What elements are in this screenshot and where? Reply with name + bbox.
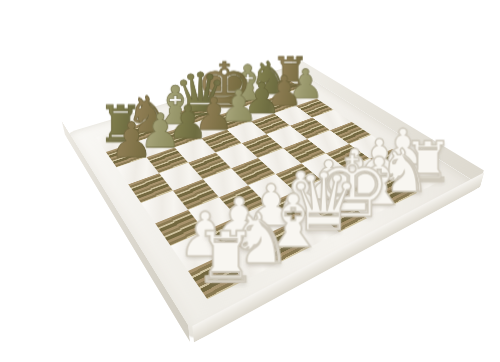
square-a7[interactable]: ♟ (106, 142, 147, 167)
scene-3d: ♜♞♝♛♚♝♞♜♟♟♟♟♟♟♟♟♟♟♟♟♟♟♟♟♜♞♝♛♚♝♞♜ (0, 0, 500, 362)
piece-green-pawn-a7[interactable]: ♟ (86, 120, 177, 161)
piece-white-rook-a1[interactable]: ♜ (164, 228, 286, 288)
product-photo: ♜♞♝♛♚♝♞♜♟♟♟♟♟♟♟♟♟♟♟♟♟♟♟♟♜♞♝♛♚♝♞♜ (0, 0, 500, 362)
square-a6[interactable] (117, 157, 159, 184)
board-top-surface: ♜♞♝♛♚♝♞♜♟♟♟♟♟♟♟♟♟♟♟♟♟♟♟♟♜♞♝♛♚♝♞♜ (64, 66, 481, 344)
chess-board: ♜♞♝♛♚♝♞♜♟♟♟♟♟♟♟♟♟♟♟♟♟♟♟♟♜♞♝♛♚♝♞♜ (64, 66, 481, 344)
square-a1[interactable]: ♜ (188, 255, 244, 300)
